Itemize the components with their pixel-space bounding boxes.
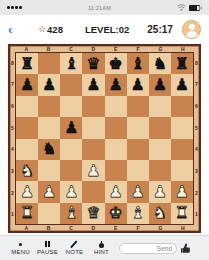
- square-e6[interactable]: [105, 96, 127, 117]
- file-label-b: B: [37, 225, 59, 231]
- square-c7[interactable]: [60, 74, 82, 95]
- file-label-d: D: [82, 225, 104, 231]
- pause-icon: [45, 241, 50, 247]
- piece-black-queen[interactable]: ♛: [86, 56, 100, 72]
- signal-icon: [7, 6, 22, 9]
- piece-black-knight[interactable]: ♞: [42, 141, 56, 157]
- menu-icon: [19, 243, 23, 247]
- piece-black-pawn[interactable]: ♟: [64, 120, 78, 136]
- file-label-f: F: [127, 225, 149, 231]
- piece-white-rook[interactable]: ♜: [175, 205, 189, 221]
- avatar-body-icon: [186, 31, 198, 39]
- square-e3[interactable]: [105, 160, 127, 181]
- square-f3[interactable]: [127, 160, 149, 181]
- hint-bulb-icon: [99, 241, 105, 248]
- square-g1[interactable]: ♞: [149, 203, 171, 224]
- square-d7[interactable]: ♟: [82, 74, 104, 95]
- message-input[interactable]: Send: [119, 243, 177, 254]
- square-g6[interactable]: [149, 96, 171, 117]
- square-g4[interactable]: [149, 139, 171, 160]
- star-icon: ☆: [38, 24, 46, 34]
- file-label-c: C: [60, 225, 82, 231]
- square-b6[interactable]: [38, 96, 60, 117]
- rank-label-2: 2: [194, 182, 199, 204]
- note-button[interactable]: NOTE: [61, 241, 88, 256]
- file-label-a: A: [15, 225, 37, 231]
- hint-button[interactable]: HINT: [88, 241, 115, 256]
- square-a4[interactable]: [16, 139, 38, 160]
- square-b1[interactable]: [38, 203, 60, 224]
- square-b4[interactable]: ♞: [38, 139, 60, 160]
- note-label: NOTE: [66, 249, 83, 255]
- square-a7[interactable]: ♟: [16, 74, 38, 95]
- square-a2[interactable]: ♟: [16, 181, 38, 202]
- square-a6[interactable]: [16, 96, 38, 117]
- piece-black-pawn[interactable]: ♟: [153, 77, 167, 93]
- piece-white-queen[interactable]: ♛: [86, 205, 100, 221]
- piece-black-pawn[interactable]: ♟: [131, 77, 145, 93]
- game-header: ‹ ☆ 428 LEVEL:02 25:17: [0, 15, 209, 43]
- piece-black-pawn[interactable]: ♟: [42, 77, 56, 93]
- square-h4[interactable]: [171, 139, 193, 160]
- square-e4[interactable]: [105, 139, 127, 160]
- file-labels-bottom: ABCDEFGH: [10, 225, 199, 231]
- file-label-g: G: [149, 225, 171, 231]
- rank-label-3: 3: [194, 160, 199, 182]
- piece-white-pawn[interactable]: ♟: [175, 184, 189, 200]
- piece-black-bishop[interactable]: ♝: [64, 56, 78, 72]
- square-h5[interactable]: [171, 117, 193, 138]
- square-a8[interactable]: ♜: [16, 53, 38, 74]
- chess-board: ABCDEFGH 87654321 ♜♝♛♚♝♞♜♟♟♟♟♟♟♟♟♞♞♟♟♟♟♟…: [8, 44, 201, 233]
- menu-button[interactable]: MENU: [7, 241, 34, 256]
- piece-black-rook[interactable]: ♜: [20, 56, 34, 72]
- send-button[interactable]: Send: [157, 245, 172, 252]
- square-c2[interactable]: ♟: [60, 181, 82, 202]
- board-grid: ♜♝♛♚♝♞♜♟♟♟♟♟♟♟♟♞♞♟♟♟♟♟♟♟♟♜♝♛♚♝♞♜: [16, 53, 193, 224]
- piece-white-bishop[interactable]: ♝: [64, 205, 78, 221]
- thumbs-up-icon[interactable]: [180, 243, 191, 254]
- square-h8[interactable]: ♜: [171, 53, 193, 74]
- player-avatar[interactable]: [182, 20, 201, 39]
- piece-black-pawn[interactable]: ♟: [175, 77, 189, 93]
- square-f7[interactable]: ♟: [127, 74, 149, 95]
- pause-button[interactable]: PAUSE: [34, 241, 61, 256]
- square-b8[interactable]: [38, 53, 60, 74]
- square-b7[interactable]: ♟: [38, 74, 60, 95]
- square-d8[interactable]: ♛: [82, 53, 104, 74]
- wifi-icon: [177, 4, 186, 11]
- square-c1[interactable]: ♝: [60, 203, 82, 224]
- game-timer: 25:17: [147, 24, 173, 35]
- square-b2[interactable]: ♟: [38, 181, 60, 202]
- pause-label: PAUSE: [37, 249, 58, 255]
- square-d6[interactable]: [82, 96, 104, 117]
- square-f5[interactable]: [127, 117, 149, 138]
- piece-white-pawn[interactable]: ♟: [42, 184, 56, 200]
- square-f8[interactable]: ♝: [127, 53, 149, 74]
- rank-label-6: 6: [194, 95, 199, 117]
- square-b3[interactable]: [38, 160, 60, 181]
- piece-white-pawn[interactable]: ♟: [20, 184, 34, 200]
- piece-white-knight[interactable]: ♞: [20, 163, 34, 179]
- square-g5[interactable]: [149, 117, 171, 138]
- square-d5[interactable]: [82, 117, 104, 138]
- piece-white-pawn[interactable]: ♟: [131, 184, 145, 200]
- square-f1[interactable]: ♝: [127, 203, 149, 224]
- square-d1[interactable]: ♛: [82, 203, 104, 224]
- piece-black-pawn[interactable]: ♟: [108, 77, 122, 93]
- pencil-icon: [71, 240, 78, 248]
- piece-black-knight[interactable]: ♞: [153, 56, 167, 72]
- file-label-e: E: [105, 225, 127, 231]
- rank-label-8: 8: [194, 52, 199, 74]
- square-e1[interactable]: ♚: [105, 203, 127, 224]
- square-c6[interactable]: [60, 96, 82, 117]
- square-c8[interactable]: ♝: [60, 53, 82, 74]
- square-b5[interactable]: [38, 117, 60, 138]
- battery-icon: [189, 5, 202, 11]
- square-h3[interactable]: [171, 160, 193, 181]
- square-e2[interactable]: ♟: [105, 181, 127, 202]
- square-h1[interactable]: ♜: [171, 203, 193, 224]
- square-f6[interactable]: [127, 96, 149, 117]
- piece-white-bishop[interactable]: ♝: [131, 205, 145, 221]
- square-e8[interactable]: ♚: [105, 53, 127, 74]
- piece-white-knight[interactable]: ♞: [153, 205, 167, 221]
- square-h7[interactable]: ♟: [171, 74, 193, 95]
- bottom-toolbar: MENU PAUSE NOTE HINT Send: [0, 235, 209, 260]
- square-d3[interactable]: ♟: [82, 160, 104, 181]
- piece-white-rook[interactable]: ♜: [20, 205, 34, 221]
- square-g8[interactable]: ♞: [149, 53, 171, 74]
- piece-black-bishop[interactable]: ♝: [131, 56, 145, 72]
- square-c3[interactable]: [60, 160, 82, 181]
- square-f4[interactable]: [127, 139, 149, 160]
- piece-black-pawn[interactable]: ♟: [86, 77, 100, 93]
- piece-black-king[interactable]: ♚: [108, 56, 122, 72]
- piece-white-pawn[interactable]: ♟: [108, 184, 122, 200]
- hint-label: HINT: [94, 249, 109, 255]
- piece-black-rook[interactable]: ♜: [175, 56, 189, 72]
- avatar-head-icon: [189, 24, 195, 30]
- rank-label-1: 1: [194, 203, 199, 225]
- rank-label-4: 4: [194, 139, 199, 161]
- square-a5[interactable]: [16, 117, 38, 138]
- square-e5[interactable]: [105, 117, 127, 138]
- piece-white-king[interactable]: ♚: [108, 205, 122, 221]
- rank-label-5: 5: [194, 117, 199, 139]
- status-time: 11:21AM: [88, 5, 111, 11]
- file-label-h: H: [172, 225, 194, 231]
- square-d2[interactable]: [82, 181, 104, 202]
- square-e7[interactable]: ♟: [105, 74, 127, 95]
- square-g2[interactable]: ♟: [149, 181, 171, 202]
- square-h6[interactable]: [171, 96, 193, 117]
- piece-white-pawn[interactable]: ♟: [153, 184, 167, 200]
- level-label: LEVEL:02: [85, 24, 129, 35]
- square-a1[interactable]: ♜: [16, 203, 38, 224]
- square-d4[interactable]: [82, 139, 104, 160]
- score-badge: ☆ 428: [38, 24, 63, 35]
- back-button[interactable]: ‹: [8, 22, 28, 37]
- rank-label-7: 7: [194, 74, 199, 96]
- score-value: 428: [47, 24, 63, 35]
- square-g7[interactable]: ♟: [149, 74, 171, 95]
- piece-black-pawn[interactable]: ♟: [20, 77, 34, 93]
- rank-labels-right: 87654321: [194, 52, 199, 225]
- square-c5[interactable]: ♟: [60, 117, 82, 138]
- square-c4[interactable]: [60, 139, 82, 160]
- chess-app-screen: 11:21AM ‹ ☆ 428 LEVEL:02 25:17 A: [0, 0, 209, 260]
- piece-white-pawn[interactable]: ♟: [64, 184, 78, 200]
- menu-label: MENU: [11, 249, 29, 255]
- piece-white-pawn[interactable]: ♟: [86, 163, 100, 179]
- square-f2[interactable]: ♟: [127, 181, 149, 202]
- square-a3[interactable]: ♞: [16, 160, 38, 181]
- square-h2[interactable]: ♟: [171, 181, 193, 202]
- status-bar: 11:21AM: [0, 0, 209, 15]
- square-g3[interactable]: [149, 160, 171, 181]
